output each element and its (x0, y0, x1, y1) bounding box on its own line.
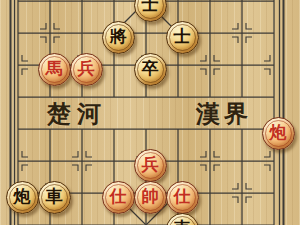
piece-black-chariot[interactable]: 車 (38, 181, 71, 214)
piece-glyph: 卒 (142, 60, 159, 77)
piece-glyph: 馬 (46, 60, 63, 77)
piece-glyph: 仕 (174, 188, 191, 205)
piece-glyph: 士 (174, 28, 191, 45)
river-label-chu-he: 楚河 (37, 101, 117, 127)
piece-glyph: 炮 (270, 124, 287, 141)
piece-black-general[interactable]: 將 (102, 21, 135, 54)
piece-red-cannon[interactable]: 炮 (262, 117, 295, 150)
piece-glyph: 炮 (14, 188, 31, 205)
piece-glyph: 車 (46, 188, 63, 205)
piece-black-advisor[interactable]: 士 (166, 21, 199, 54)
piece-glyph: 兵 (78, 60, 95, 77)
piece-red-advisor[interactable]: 仕 (166, 181, 199, 214)
piece-glyph: 仕 (110, 188, 127, 205)
piece-red-advisor[interactable]: 仕 (102, 181, 135, 214)
piece-glyph: 兵 (142, 156, 159, 173)
piece-glyph: 士 (142, 0, 159, 13)
piece-glyph: 將 (110, 28, 127, 45)
xiangqi-board[interactable]: 楚河 漢界 士將士馬兵卒炮兵炮車仕帥仕車 (0, 0, 300, 225)
piece-red-general[interactable]: 帥 (134, 181, 167, 214)
piece-black-cannon[interactable]: 炮 (6, 181, 39, 214)
piece-glyph: 帥 (142, 188, 159, 205)
piece-red-soldier[interactable]: 兵 (134, 149, 167, 182)
river-label-han-jie: 漢界 (184, 101, 264, 127)
piece-red-horse[interactable]: 馬 (38, 53, 71, 86)
piece-glyph: 車 (174, 220, 191, 225)
piece-black-soldier[interactable]: 卒 (134, 53, 167, 86)
piece-red-soldier[interactable]: 兵 (70, 53, 103, 86)
